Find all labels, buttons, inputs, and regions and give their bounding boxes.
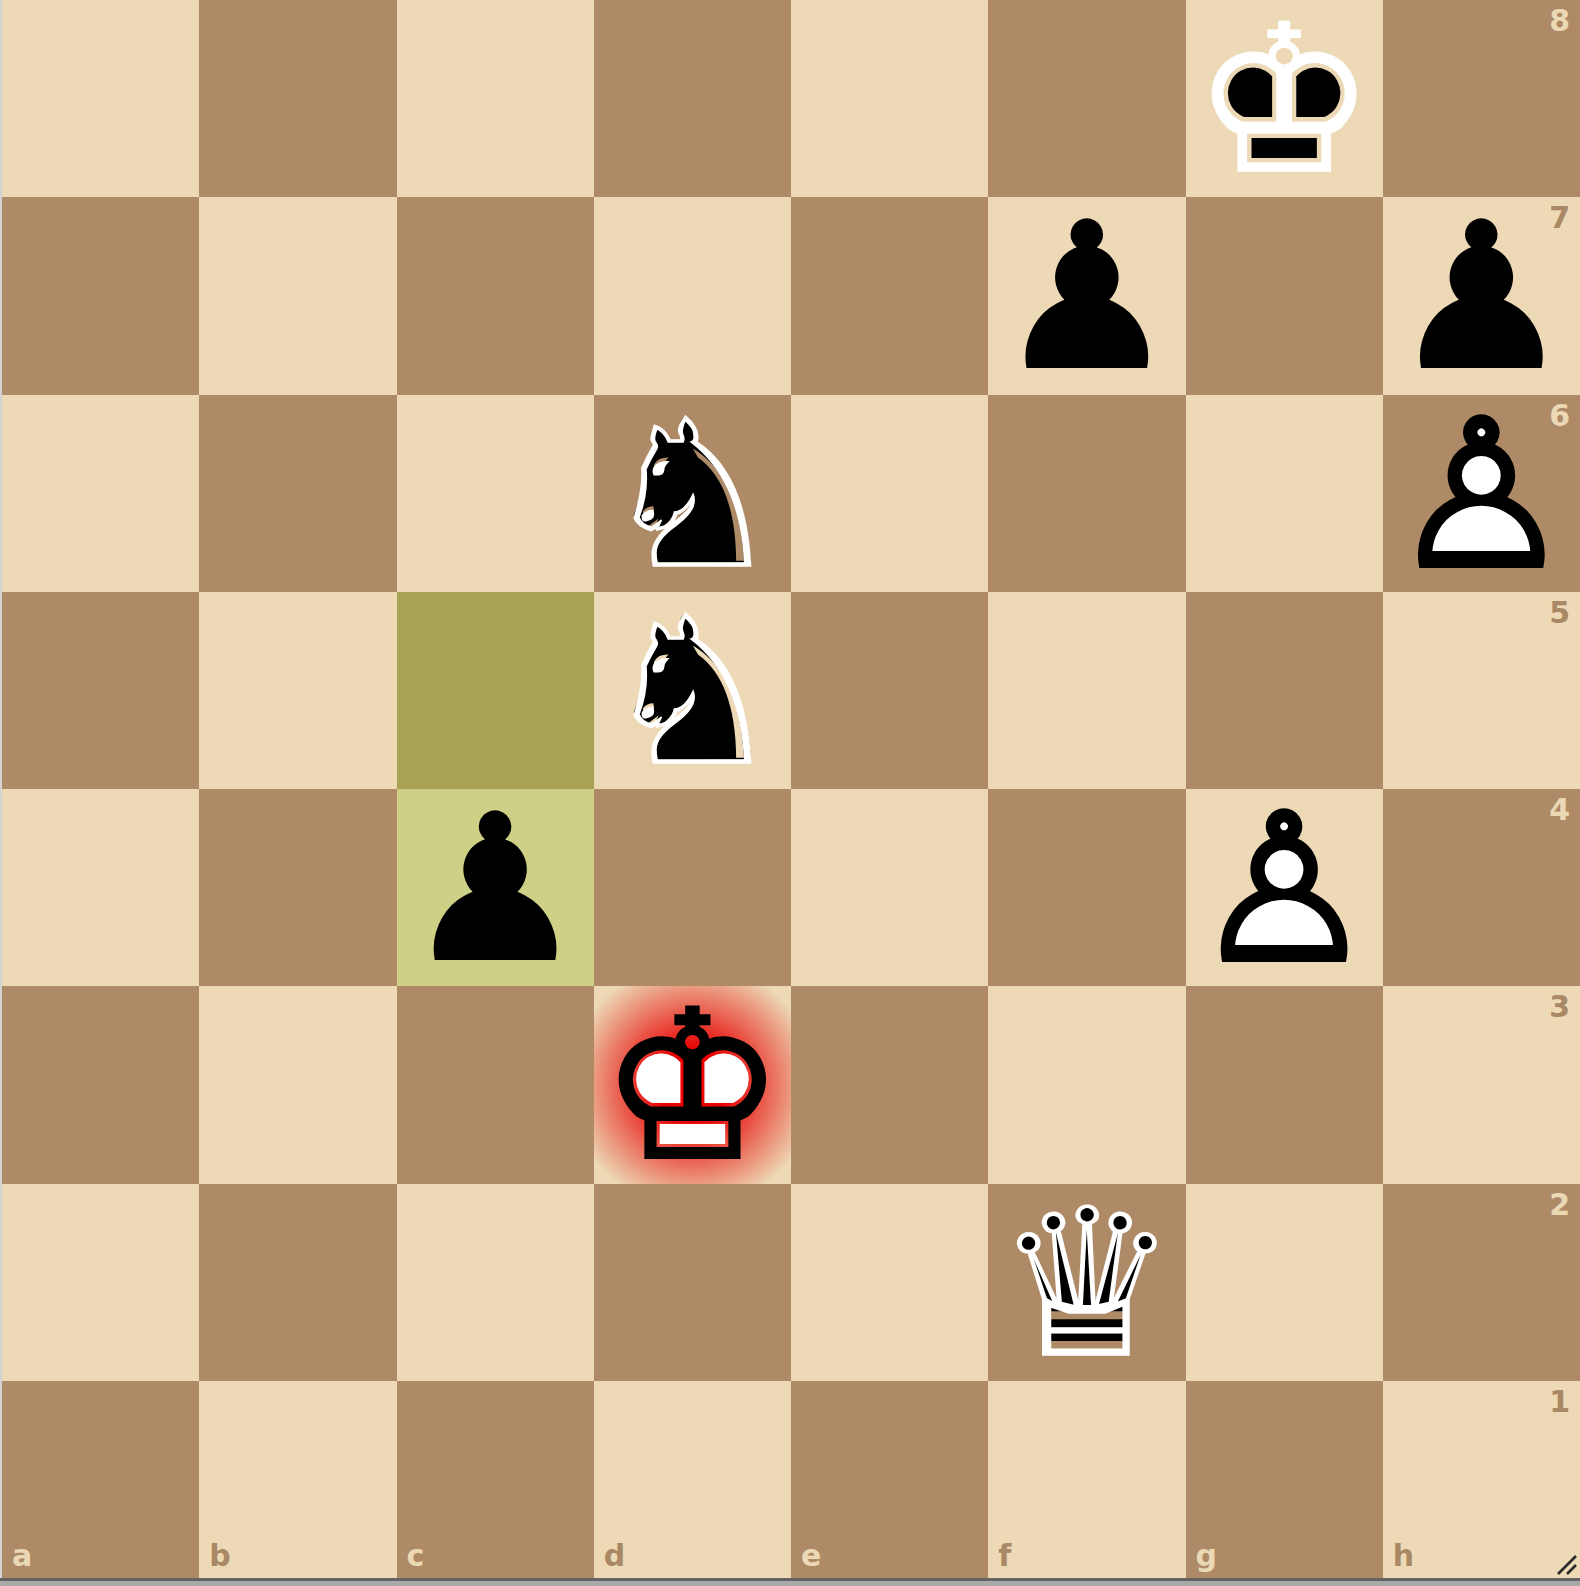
square-e1[interactable]: e [791,1381,988,1578]
piece-black-king[interactable]: ♚♔ [1186,0,1383,197]
square-h6[interactable]: ♟♙6 [1383,395,1580,592]
square-c4[interactable]: ♟ [397,789,594,986]
square-e3[interactable] [791,986,988,1183]
piece-black-queen[interactable]: ♛♕ [988,1184,1185,1381]
square-h3[interactable]: 3 [1383,986,1580,1183]
square-f8[interactable] [988,0,1185,197]
square-e4[interactable] [791,789,988,986]
file-label-d: d [604,1538,625,1573]
file-label-e: e [801,1538,821,1573]
file-label-g: g [1196,1538,1217,1573]
rank-label-8: 8 [1549,3,1570,38]
file-label-a: a [12,1538,32,1573]
square-e8[interactable] [791,0,988,197]
piece-white-pawn[interactable]: ♟♙ [1383,395,1580,592]
black-queen-outline-icon: ♕ [988,1185,1185,1382]
file-label-h: h [1393,1538,1414,1573]
piece-white-pawn[interactable]: ♟♙ [1186,789,1383,986]
square-d4[interactable] [594,789,791,986]
square-e7[interactable] [791,197,988,394]
square-b1[interactable]: b [199,1381,396,1578]
board-resize-handle[interactable] [1552,1550,1578,1576]
black-king-outline-icon: ♔ [1186,2,1383,199]
square-d2[interactable] [594,1184,791,1381]
black-pawn-icon: ♟ [988,199,1185,396]
square-g7[interactable] [1186,197,1383,394]
file-label-c: c [407,1538,425,1573]
page: { "game": "chess", "position": { "fen": … [0,0,1580,1586]
square-c3[interactable] [397,986,594,1183]
square-h7[interactable]: ♟7 [1383,197,1580,394]
piece-black-pawn[interactable]: ♟ [397,789,594,986]
square-g5[interactable] [1186,592,1383,789]
file-label-b: b [209,1538,230,1573]
square-b2[interactable] [199,1184,396,1381]
square-g1[interactable]: g [1186,1381,1383,1578]
square-e5[interactable] [791,592,988,789]
square-g6[interactable] [1186,395,1383,592]
square-h8[interactable]: 8 [1383,0,1580,197]
square-h1[interactable]: h1 [1383,1381,1580,1578]
square-g4[interactable]: ♟♙ [1186,789,1383,986]
white-pawn-outline-icon: ♙ [1383,396,1580,593]
rank-label-2: 2 [1549,1187,1570,1222]
square-c2[interactable] [397,1184,594,1381]
square-f7[interactable]: ♟ [988,197,1185,394]
square-c7[interactable] [397,197,594,394]
square-f4[interactable] [988,789,1185,986]
square-c1[interactable]: c [397,1381,594,1578]
square-d3[interactable]: ♚♔ [594,986,791,1183]
square-d1[interactable]: d [594,1381,791,1578]
square-c6[interactable] [397,395,594,592]
square-f1[interactable]: f [988,1381,1185,1578]
square-f5[interactable] [988,592,1185,789]
square-g8[interactable]: ♚♔ [1186,0,1383,197]
rank-label-3: 3 [1549,989,1570,1024]
black-knight-outline-icon: ♘ [594,594,791,791]
black-pawn-icon: ♟ [1383,199,1580,396]
square-b5[interactable] [199,592,396,789]
square-b6[interactable] [199,395,396,592]
square-d8[interactable] [594,0,791,197]
square-b7[interactable] [199,197,396,394]
square-b3[interactable] [199,986,396,1183]
square-g3[interactable] [1186,986,1383,1183]
square-b8[interactable] [199,0,396,197]
rank-label-1: 1 [1549,1384,1570,1419]
square-g2[interactable] [1186,1184,1383,1381]
square-d7[interactable] [594,197,791,394]
piece-white-king[interactable]: ♚♔ [594,986,791,1183]
square-e2[interactable] [791,1184,988,1381]
square-a6[interactable] [2,395,199,592]
black-pawn-icon: ♟ [397,791,594,988]
square-c5[interactable] [397,592,594,789]
square-h2[interactable]: 2 [1383,1184,1580,1381]
page-background-strip [0,1578,1580,1586]
square-a2[interactable] [2,1184,199,1381]
white-king-outline-icon: ♔ [594,988,791,1185]
square-a1[interactable]: a [2,1381,199,1578]
square-a3[interactable] [2,986,199,1183]
square-a8[interactable] [2,0,199,197]
rank-label-4: 4 [1549,792,1570,827]
square-f3[interactable] [988,986,1185,1183]
piece-black-knight[interactable]: ♞♘ [594,395,791,592]
file-label-f: f [998,1538,1011,1573]
square-a5[interactable] [2,592,199,789]
square-e6[interactable] [791,395,988,592]
black-knight-outline-icon: ♘ [594,396,791,593]
white-pawn-outline-icon: ♙ [1186,791,1383,988]
square-f6[interactable] [988,395,1185,592]
square-d6[interactable]: ♞♘ [594,395,791,592]
square-h4[interactable]: 4 [1383,789,1580,986]
resize-grip-icon [1552,1550,1578,1576]
piece-black-pawn[interactable]: ♟ [1383,197,1580,394]
square-d5[interactable]: ♞♘ [594,592,791,789]
piece-black-knight[interactable]: ♞♘ [594,592,791,789]
square-h5[interactable]: 5 [1383,592,1580,789]
square-c8[interactable] [397,0,594,197]
square-a4[interactable] [2,789,199,986]
square-a7[interactable] [2,197,199,394]
piece-black-pawn[interactable]: ♟ [988,197,1185,394]
chess-board: ♚♔8♟♟7♞♘♟♙6♞♘5♟♟♙4♚♔3♛♕2abcdefgh1 [2,0,1580,1578]
square-b4[interactable] [199,789,396,986]
square-f2[interactable]: ♛♕ [988,1184,1185,1381]
